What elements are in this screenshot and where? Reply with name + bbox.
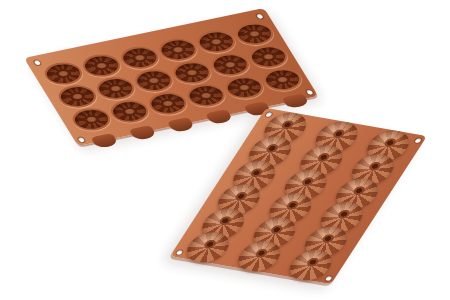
corner-screw-hole (255, 13, 263, 18)
bundt-ring-cavity (106, 97, 154, 125)
bundt-ring-cavity (230, 20, 278, 48)
bundt-ring-cavity (92, 74, 140, 102)
corner-screw-hole (33, 60, 41, 65)
cavity-underside-bump (90, 133, 119, 149)
corner-screw-hole (325, 275, 333, 280)
corner-screw-hole (175, 249, 183, 254)
bundt-ring-cavity (244, 42, 292, 70)
bundt-ring-cavity (206, 50, 254, 78)
bundt-ring-cavity (39, 59, 87, 87)
bundt-ring-cavity (144, 89, 192, 117)
bundt-ring-cavity (154, 36, 202, 64)
bundt-ring-cavity (258, 65, 306, 93)
corner-screw-hole (414, 138, 422, 143)
cavity-underside-bump (282, 93, 311, 109)
bundt-ring-cavity (67, 105, 115, 133)
corner-screw-hole (305, 89, 313, 94)
product-photo-scene (0, 0, 450, 300)
bundt-ring-cavity (78, 51, 126, 79)
cavity-underside-bump (129, 125, 158, 141)
bundt-ring-cavity (192, 28, 240, 56)
bundt-ring-cavity (116, 43, 164, 71)
corner-screw-hole (77, 137, 85, 142)
corner-screw-hole (265, 112, 273, 117)
cavity-underside-bump (205, 109, 234, 125)
bundt-ring-cavity (130, 66, 178, 94)
bundt-ring-cavity (182, 81, 230, 109)
bundt-ring-cavity (53, 82, 101, 110)
bundt-ring-cavity (168, 58, 216, 86)
silicone-mold-tilted-dome-view (170, 108, 427, 284)
cavity-underside-bump (167, 117, 196, 133)
bundt-ring-cavity (220, 73, 268, 101)
